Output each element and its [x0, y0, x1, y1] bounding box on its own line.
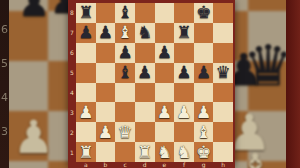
square-g5[interactable]: ♟: [194, 63, 214, 83]
square-b8[interactable]: [96, 3, 116, 23]
square-b4[interactable]: [96, 83, 116, 103]
file-label-a: a: [76, 162, 96, 168]
black-pawn[interactable]: ♟: [98, 24, 113, 41]
white-queen[interactable]: ♛: [117, 124, 132, 141]
square-e4[interactable]: [155, 83, 175, 103]
square-a3[interactable]: ♟: [76, 102, 96, 122]
square-f5[interactable]: ♟: [174, 63, 194, 83]
file-coordinate-labels: abcdefgh: [76, 162, 233, 168]
black-pawn[interactable]: ♟: [137, 64, 152, 81]
rank-label-7: 7: [68, 23, 76, 43]
background-rank-label-6: 6: [0, 24, 9, 36]
square-c3[interactable]: [115, 102, 135, 122]
square-a4[interactable]: [76, 83, 96, 103]
rank-coordinate-labels: 87654321: [68, 3, 76, 162]
square-a1[interactable]: ♜: [76, 142, 96, 162]
black-pawn[interactable]: ♟: [117, 44, 132, 61]
black-pawn[interactable]: ♟: [157, 44, 172, 61]
square-e3[interactable]: ♟: [155, 102, 175, 122]
square-d8[interactable]: [135, 3, 155, 23]
square-d7[interactable]: ♞: [135, 23, 155, 43]
white-bishop[interactable]: ♝: [196, 124, 211, 141]
square-f7[interactable]: ♜: [174, 23, 194, 43]
background-white-bishop: ♝: [237, 148, 273, 168]
file-label-c: c: [115, 162, 135, 168]
video-frame: ♟♟♟♟♛♟♝ 6543 87654321 abcdefgh ♜♝♚♟♟♝♞♜♟…: [0, 0, 300, 168]
rank-label-6: 6: [68, 43, 76, 63]
black-knight[interactable]: ♞: [137, 24, 152, 41]
square-d1[interactable]: ♜: [135, 142, 155, 162]
square-b5[interactable]: [96, 63, 116, 83]
square-b6[interactable]: [96, 43, 116, 63]
white-bishop[interactable]: ♝: [117, 24, 132, 41]
black-pawn[interactable]: ♟: [78, 24, 93, 41]
square-g7[interactable]: [194, 23, 214, 43]
square-a8[interactable]: ♜: [76, 3, 96, 23]
square-b1[interactable]: [96, 142, 116, 162]
square-d2[interactable]: [135, 122, 155, 142]
square-b3[interactable]: [96, 102, 116, 122]
white-rook[interactable]: ♜: [78, 144, 93, 161]
square-f1[interactable]: ♞: [174, 142, 194, 162]
square-c4[interactable]: [115, 83, 135, 103]
square-h4[interactable]: [213, 83, 233, 103]
main-chess-board: 87654321 abcdefgh ♜♝♚♟♟♝♞♜♟♟♝♟♟♟♛♟♟♟♟♟♛♝…: [68, 0, 235, 168]
square-h1[interactable]: [213, 142, 233, 162]
black-pawn[interactable]: ♟: [196, 64, 211, 81]
file-label-h: h: [213, 162, 233, 168]
square-c2[interactable]: ♛: [115, 122, 135, 142]
square-g8[interactable]: ♚: [194, 3, 214, 23]
white-knight[interactable]: ♞: [157, 144, 172, 161]
square-e5[interactable]: [155, 63, 175, 83]
square-e7[interactable]: [155, 23, 175, 43]
white-king[interactable]: ♚: [196, 144, 211, 161]
square-a2[interactable]: [76, 122, 96, 142]
square-f4[interactable]: [174, 83, 194, 103]
square-h3[interactable]: [213, 102, 233, 122]
square-g6[interactable]: [194, 43, 214, 63]
square-f2[interactable]: [174, 122, 194, 142]
square-g1[interactable]: ♚: [194, 142, 214, 162]
white-pawn[interactable]: ♟: [157, 104, 172, 121]
square-f3[interactable]: ♟: [174, 102, 194, 122]
square-e8[interactable]: [155, 3, 175, 23]
square-h5[interactable]: ♛: [213, 63, 233, 83]
white-pawn[interactable]: ♟: [78, 104, 93, 121]
rank-label-1: 1: [68, 142, 76, 162]
square-d4[interactable]: [135, 83, 155, 103]
square-a6[interactable]: [76, 43, 96, 63]
square-c7[interactable]: ♝: [115, 23, 135, 43]
square-h7[interactable]: [213, 23, 233, 43]
square-d3[interactable]: [135, 102, 155, 122]
square-c8[interactable]: ♝: [115, 3, 135, 23]
square-c6[interactable]: ♟: [115, 43, 135, 63]
black-rook[interactable]: ♜: [78, 4, 93, 21]
white-pawn[interactable]: ♟: [196, 104, 211, 121]
white-pawn[interactable]: ♟: [176, 104, 191, 121]
file-label-e: e: [155, 162, 175, 168]
square-b2[interactable]: ♟: [96, 122, 116, 142]
rank-label-2: 2: [68, 122, 76, 142]
white-pawn[interactable]: ♟: [98, 124, 113, 141]
white-knight[interactable]: ♞: [176, 144, 191, 161]
file-label-b: b: [96, 162, 116, 168]
square-g3[interactable]: ♟: [194, 102, 214, 122]
black-queen[interactable]: ♛: [216, 64, 231, 81]
square-e2[interactable]: [155, 122, 175, 142]
square-b7[interactable]: ♟: [96, 23, 116, 43]
background-rank-label-5: 5: [0, 58, 9, 70]
rank-label-5: 5: [68, 63, 76, 83]
file-label-g: g: [194, 162, 214, 168]
square-h6[interactable]: [213, 43, 233, 63]
square-d5[interactable]: ♟: [135, 63, 155, 83]
rank-label-4: 4: [68, 83, 76, 103]
background-rank-label-3: 3: [0, 126, 9, 138]
rank-label-8: 8: [68, 3, 76, 23]
square-d6[interactable]: [135, 43, 155, 63]
black-bishop[interactable]: ♝: [117, 4, 132, 21]
background-rank-label-4: 4: [0, 92, 9, 104]
square-e6[interactable]: ♟: [155, 43, 175, 63]
square-g2[interactable]: ♝: [194, 122, 214, 142]
chess-board-grid: ♜♝♚♟♟♝♞♜♟♟♝♟♟♟♛♟♟♟♟♟♛♝♜♜♞♞♚: [76, 3, 233, 162]
square-h8[interactable]: [213, 3, 233, 23]
black-bishop[interactable]: ♝: [117, 64, 132, 81]
square-a7[interactable]: ♟: [76, 23, 96, 43]
square-a5[interactable]: [76, 63, 96, 83]
square-c5[interactable]: ♝: [115, 63, 135, 83]
background-board-border-right: [286, 0, 300, 168]
file-label-d: d: [135, 162, 155, 168]
square-h2[interactable]: [213, 122, 233, 142]
square-e1[interactable]: ♞: [155, 142, 175, 162]
black-pawn[interactable]: ♟: [176, 64, 191, 81]
black-rook[interactable]: ♜: [176, 24, 191, 41]
square-c1[interactable]: [115, 142, 135, 162]
square-f6[interactable]: [174, 43, 194, 63]
file-label-f: f: [174, 162, 194, 168]
white-rook[interactable]: ♜: [137, 144, 152, 161]
square-g4[interactable]: [194, 83, 214, 103]
black-king[interactable]: ♚: [196, 4, 211, 21]
background-white-pawn: ♟: [13, 114, 54, 160]
rank-label-3: 3: [68, 102, 76, 122]
square-f8[interactable]: [174, 3, 194, 23]
background-black-pawn: ♟: [18, 0, 50, 22]
